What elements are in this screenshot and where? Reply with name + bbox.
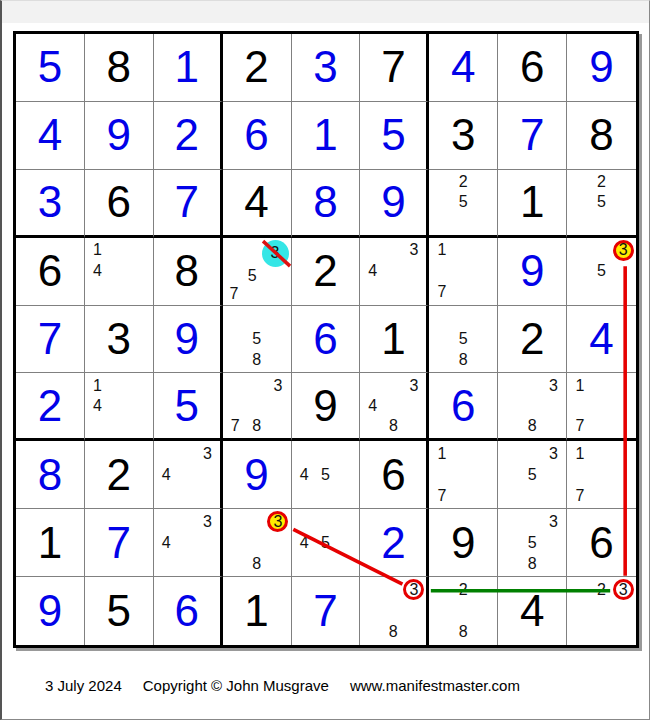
solved-digit: 1 <box>174 45 198 89</box>
candidate-slot: 7 <box>225 285 243 303</box>
candidate-slot: 2 <box>453 172 474 192</box>
candidate-grid: 14 <box>85 373 153 438</box>
candidate-slot: 3 <box>404 240 425 261</box>
cell-r7c1[interactable]: 8 <box>16 441 85 509</box>
footer-copyright: Copyright © John Musgrave <box>143 677 329 694</box>
given-digit: 1 <box>244 589 268 633</box>
candidate-slot: 7 <box>569 416 591 436</box>
cell-r4c2[interactable]: 14 <box>85 238 154 306</box>
candidate-slot: 3 <box>543 511 564 532</box>
candidate-8: 8 <box>528 418 537 434</box>
cell-r3c9[interactable]: 25 <box>567 170 636 238</box>
solved-digit: 9 <box>589 45 613 89</box>
candidate-4: 4 <box>368 263 377 279</box>
cell-r4c8[interactable]: 9 <box>498 238 567 306</box>
cell-r7c8[interactable]: 35 <box>498 441 567 509</box>
page: 5812374694926153783674892512561483572341… <box>0 0 650 720</box>
candidate-grid: 17 <box>567 441 636 508</box>
given-digit: 8 <box>107 45 131 89</box>
solved-digit: 5 <box>38 45 62 89</box>
candidate-8: 8 <box>389 624 398 640</box>
given-digit: 6 <box>38 249 62 293</box>
solved-digit: 4 <box>38 113 62 157</box>
candidate-3-strong-circle: 3 <box>613 240 634 261</box>
candidate-3: 3 <box>549 378 558 394</box>
candidate-1: 1 <box>93 242 102 258</box>
cell-r2c3[interactable]: 2 <box>154 102 223 170</box>
candidate-4: 4 <box>300 467 309 483</box>
cell-r1c3[interactable]: 1 <box>154 34 223 102</box>
footer-date: 3 July 2024 <box>45 677 122 694</box>
candidate-grid: 348 <box>360 373 426 438</box>
given-digit: 2 <box>313 249 337 293</box>
cell-r6c5[interactable]: 9 <box>292 373 361 441</box>
candidate-7: 7 <box>229 286 238 302</box>
cell-r9c3[interactable]: 6 <box>154 577 223 645</box>
solved-digit: 9 <box>381 180 405 224</box>
cell-r8c4[interactable]: 38 <box>223 509 292 577</box>
cell-r3c7[interactable]: 25 <box>429 170 498 238</box>
candidate-1: 1 <box>575 446 584 462</box>
candidate-2: 2 <box>459 582 468 598</box>
cell-r9c7[interactable]: 28 <box>429 577 498 645</box>
candidate-3: 3 <box>410 242 419 258</box>
given-digit: 8 <box>589 113 613 157</box>
cell-r8c3[interactable]: 34 <box>154 509 223 577</box>
solved-digit: 4 <box>589 317 613 361</box>
candidate-slot: 4 <box>87 396 108 416</box>
candidate-grid: 358 <box>498 509 566 576</box>
candidate-grid: 58 <box>429 306 497 373</box>
cell-r5c1[interactable]: 7 <box>16 306 85 374</box>
solved-digit: 4 <box>451 45 475 89</box>
cell-r4c9[interactable]: 35 <box>567 238 636 306</box>
given-digit: 6 <box>381 453 405 497</box>
given-digit: 4 <box>520 589 544 633</box>
candidate-slot: 8 <box>522 553 543 574</box>
solved-digit: 8 <box>38 453 62 497</box>
candidate-4: 4 <box>162 535 171 551</box>
candidate-slot: 5 <box>243 267 261 285</box>
candidate-2: 2 <box>597 582 606 598</box>
candidate-3-strong-circle: 3 <box>267 511 288 532</box>
candidate-grid: 38 <box>498 373 566 438</box>
cell-r8c7[interactable]: 9 <box>429 509 498 577</box>
cell-r8c5[interactable]: 45 <box>292 509 361 577</box>
given-digit: 6 <box>589 521 613 565</box>
solved-digit: 3 <box>38 180 62 224</box>
candidate-slot: 4 <box>362 261 383 282</box>
solved-digit: 2 <box>38 384 62 428</box>
candidate-slot: 8 <box>246 349 267 370</box>
solved-digit: 6 <box>313 317 337 361</box>
candidate-slot: 3 <box>612 240 634 261</box>
solved-digit: 7 <box>313 589 337 633</box>
candidate-8: 8 <box>252 556 261 572</box>
solved-digit: 8 <box>313 180 337 224</box>
candidate-grid: 38 <box>360 577 426 645</box>
candidate-slot: 5 <box>522 464 543 485</box>
candidate-3: 3 <box>203 446 212 462</box>
candidate-3: 3 <box>203 514 212 530</box>
cell-r8c6[interactable]: 2 <box>360 509 429 577</box>
cell-r9c9[interactable]: 23 <box>567 577 636 645</box>
candidate-slot: 8 <box>453 622 474 643</box>
cell-r8c9[interactable]: 6 <box>567 509 636 577</box>
cell-r3c6[interactable]: 9 <box>360 170 429 238</box>
candidate-slot: 3 <box>267 511 288 532</box>
given-digit: 3 <box>107 317 131 361</box>
candidate-slot: 8 <box>383 622 403 643</box>
candidate-grid: 35 <box>567 238 636 305</box>
cell-r3c1[interactable]: 3 <box>16 170 85 238</box>
candidate-grid: 25 <box>567 170 636 235</box>
candidate-8: 8 <box>528 556 537 572</box>
cell-r5c2[interactable]: 3 <box>85 306 154 374</box>
cell-r1c8[interactable]: 6 <box>498 34 567 102</box>
candidate-grid: 34 <box>360 238 426 305</box>
candidate-slot: 5 <box>591 192 613 212</box>
solved-digit: 6 <box>244 113 268 157</box>
candidate-5: 5 <box>252 331 261 347</box>
given-digit: 7 <box>381 45 405 89</box>
cell-r9c2[interactable]: 5 <box>85 577 154 645</box>
candidate-slot: 1 <box>569 443 591 464</box>
candidate-slot: 4 <box>294 532 315 553</box>
candidate-grid: 17 <box>429 441 497 508</box>
cell-r5c8[interactable]: 2 <box>498 306 567 374</box>
given-digit: 9 <box>451 521 475 565</box>
candidate-grid: 58 <box>223 306 291 373</box>
candidate-3-elim-circle: 3 <box>262 240 289 267</box>
solved-digit: 6 <box>451 384 475 428</box>
footer: 3 July 2024 Copyright © John Musgrave ww… <box>45 677 520 694</box>
candidate-8: 8 <box>252 418 261 434</box>
candidate-slot: 1 <box>569 375 591 395</box>
candidate-slot: 8 <box>246 416 267 436</box>
candidate-7: 7 <box>438 284 447 300</box>
cell-r4c1[interactable]: 6 <box>16 238 85 306</box>
candidate-slot: 5 <box>246 329 267 350</box>
cell-r8c1[interactable]: 1 <box>16 509 85 577</box>
cell-r7c7[interactable]: 17 <box>429 441 498 509</box>
cell-r6c3[interactable]: 5 <box>154 373 223 441</box>
given-digit: 1 <box>520 180 544 224</box>
cell-r1c9[interactable]: 9 <box>567 34 636 102</box>
solved-digit: 9 <box>244 453 268 497</box>
given-digit: 8 <box>174 249 198 293</box>
solved-digit: 6 <box>174 589 198 633</box>
candidate-grid: 28 <box>429 577 497 645</box>
cell-r7c5[interactable]: 45 <box>292 441 361 509</box>
given-digit: 3 <box>451 113 475 157</box>
candidate-slot: 1 <box>87 375 108 395</box>
candidate-1: 1 <box>575 378 584 394</box>
given-digit: 1 <box>38 521 62 565</box>
candidate-slot: 7 <box>431 282 452 303</box>
candidate-slot: 4 <box>362 396 383 416</box>
candidate-8: 8 <box>252 352 261 368</box>
cell-r6c9[interactable]: 17 <box>567 373 636 441</box>
window-top-bar <box>2 1 649 23</box>
candidate-4: 4 <box>300 535 309 551</box>
cell-r3c3[interactable]: 7 <box>154 170 223 238</box>
cell-r1c4[interactable]: 2 <box>223 34 292 102</box>
candidate-grid: 38 <box>223 509 291 576</box>
given-digit: 2 <box>107 453 131 497</box>
candidate-8: 8 <box>459 624 468 640</box>
candidate-5: 5 <box>459 331 468 347</box>
cell-r5c3[interactable]: 9 <box>154 306 223 374</box>
candidate-slot: 1 <box>87 240 108 261</box>
cell-r9c8[interactable]: 4 <box>498 577 567 645</box>
cell-r1c7[interactable]: 4 <box>429 34 498 102</box>
cell-r1c6[interactable]: 7 <box>360 34 429 102</box>
solved-digit: 9 <box>174 317 198 361</box>
cell-r4c6[interactable]: 34 <box>360 238 429 306</box>
candidate-slot: 3 <box>197 511 218 532</box>
candidate-grid: 378 <box>223 373 291 438</box>
candidate-5: 5 <box>597 194 606 210</box>
candidate-slot: 5 <box>453 329 474 350</box>
candidate-grid: 35 <box>498 441 566 508</box>
given-digit: 2 <box>520 317 544 361</box>
candidate-8: 8 <box>459 352 468 368</box>
candidate-3: 3 <box>549 514 558 530</box>
candidate-grid: 14 <box>85 238 153 305</box>
candidate-slot: 8 <box>522 416 543 436</box>
cell-r2c2[interactable]: 9 <box>85 102 154 170</box>
cell-r4c7[interactable]: 17 <box>429 238 498 306</box>
cell-r5c5[interactable]: 6 <box>292 306 361 374</box>
candidate-3: 3 <box>410 378 419 394</box>
given-digit: 4 <box>244 180 268 224</box>
candidate-slot: 4 <box>156 532 177 553</box>
solved-digit: 9 <box>520 249 544 293</box>
cell-r9c6[interactable]: 38 <box>360 577 429 645</box>
candidate-5: 5 <box>321 535 330 551</box>
cell-r3c4[interactable]: 4 <box>223 170 292 238</box>
candidate-slot: 3 <box>262 240 289 267</box>
candidate-5: 5 <box>528 535 537 551</box>
solved-digit: 5 <box>174 384 198 428</box>
cell-r2c8[interactable]: 7 <box>498 102 567 170</box>
cell-r7c2[interactable]: 2 <box>85 441 154 509</box>
solved-digit: 7 <box>174 180 198 224</box>
cell-r8c8[interactable]: 358 <box>498 509 567 577</box>
candidate-slot: 3 <box>197 443 218 464</box>
candidate-1: 1 <box>93 378 102 394</box>
cell-r2c7[interactable]: 3 <box>429 102 498 170</box>
candidate-3: 3 <box>549 446 558 462</box>
candidate-slot: 8 <box>453 349 474 370</box>
candidate-slot: 1 <box>431 443 452 464</box>
given-digit: 6 <box>520 45 544 89</box>
candidate-slot: 2 <box>453 579 474 600</box>
cell-r4c5[interactable]: 2 <box>292 238 361 306</box>
cell-r1c1[interactable]: 5 <box>16 34 85 102</box>
cell-r6c7[interactable]: 6 <box>429 373 498 441</box>
solved-digit: 7 <box>520 113 544 157</box>
cell-r6c8[interactable]: 38 <box>498 373 567 441</box>
candidate-slot: 3 <box>404 375 425 395</box>
cell-r1c5[interactable]: 3 <box>292 34 361 102</box>
candidate-slot: 2 <box>591 172 613 192</box>
candidate-slot: 4 <box>87 261 108 282</box>
candidate-slot: 2 <box>591 579 613 600</box>
cell-r3c5[interactable]: 8 <box>292 170 361 238</box>
cell-r6c1[interactable]: 2 <box>16 373 85 441</box>
cell-r4c4[interactable]: 357 <box>223 238 292 306</box>
candidate-grid: 45 <box>292 441 360 508</box>
cell-r2c4[interactable]: 6 <box>223 102 292 170</box>
candidate-slot: 4 <box>294 464 315 485</box>
cell-r2c1[interactable]: 4 <box>16 102 85 170</box>
candidate-7: 7 <box>231 418 240 434</box>
candidate-grid: 17 <box>567 373 636 438</box>
cell-r5c9[interactable]: 4 <box>567 306 636 374</box>
candidate-slot: 5 <box>315 532 336 553</box>
candidate-grid: 25 <box>429 170 497 235</box>
candidate-grid: 17 <box>429 238 497 305</box>
candidate-7: 7 <box>438 488 447 504</box>
candidate-slot: 5 <box>522 532 543 553</box>
cell-r7c9[interactable]: 17 <box>567 441 636 509</box>
cell-r9c4[interactable]: 1 <box>223 577 292 645</box>
candidate-grid: 34 <box>154 509 220 576</box>
candidate-grid: 23 <box>567 577 636 645</box>
candidate-grid: 34 <box>154 441 220 508</box>
cell-r2c5[interactable]: 1 <box>292 102 361 170</box>
given-digit: 2 <box>244 45 268 89</box>
cell-r6c2[interactable]: 14 <box>85 373 154 441</box>
candidate-slot: 5 <box>591 261 613 282</box>
solved-digit: 9 <box>38 589 62 633</box>
footer-website: www.manifestmaster.com <box>350 677 520 694</box>
candidate-5: 5 <box>321 467 330 483</box>
cell-r7c4[interactable]: 9 <box>223 441 292 509</box>
candidate-slot: 7 <box>431 485 452 506</box>
candidate-2: 2 <box>459 174 468 190</box>
candidate-8: 8 <box>389 418 398 434</box>
candidate-slot: 3 <box>267 375 288 395</box>
cell-r6c6[interactable]: 348 <box>360 373 429 441</box>
cell-r2c6[interactable]: 5 <box>360 102 429 170</box>
cell-r6c4[interactable]: 378 <box>223 373 292 441</box>
cell-r7c3[interactable]: 34 <box>154 441 223 509</box>
solved-digit: 3 <box>313 45 337 89</box>
solved-digit: 1 <box>313 113 337 157</box>
candidate-4: 4 <box>93 263 102 279</box>
cell-r3c8[interactable]: 1 <box>498 170 567 238</box>
candidate-slot: 3 <box>612 579 634 600</box>
cell-r1c2[interactable]: 8 <box>85 34 154 102</box>
cell-r5c6[interactable]: 1 <box>360 306 429 374</box>
candidate-slot: 3 <box>543 375 564 395</box>
candidate-slot: 7 <box>225 416 246 436</box>
solved-digit: 2 <box>381 521 405 565</box>
candidate-2: 2 <box>597 174 606 190</box>
candidate-grid: 45 <box>292 509 360 576</box>
cell-r8c2[interactable]: 7 <box>85 509 154 577</box>
cell-r4c3[interactable]: 8 <box>154 238 223 306</box>
given-digit: 9 <box>313 384 337 428</box>
candidate-slot: 3 <box>543 443 564 464</box>
candidate-slot: 5 <box>453 192 474 212</box>
cell-r5c7[interactable]: 58 <box>429 306 498 374</box>
candidate-4: 4 <box>93 398 102 414</box>
given-digit: 1 <box>381 317 405 361</box>
candidate-3: 3 <box>273 378 282 394</box>
candidate-slot: 7 <box>569 485 591 506</box>
candidate-slot: 5 <box>315 464 336 485</box>
candidate-slot: 8 <box>383 416 404 436</box>
candidate-slot: 3 <box>403 579 424 600</box>
candidate-slot: 1 <box>431 240 452 261</box>
candidate-5: 5 <box>528 467 537 483</box>
cell-r3c2[interactable]: 6 <box>85 170 154 238</box>
cell-r9c1[interactable]: 9 <box>16 577 85 645</box>
solved-digit: 5 <box>381 113 405 157</box>
solved-digit: 7 <box>38 317 62 361</box>
cell-r7c6[interactable]: 6 <box>360 441 429 509</box>
candidate-1: 1 <box>438 446 447 462</box>
candidate-3-weak-circle: 3 <box>613 579 634 600</box>
candidate-5: 5 <box>248 268 257 284</box>
candidate-slot: 4 <box>156 464 177 485</box>
candidate-4: 4 <box>162 467 171 483</box>
candidate-1: 1 <box>438 242 447 258</box>
given-digit: 5 <box>107 589 131 633</box>
solved-digit: 2 <box>174 113 198 157</box>
cell-r5c4[interactable]: 58 <box>223 306 292 374</box>
candidate-5: 5 <box>597 263 606 279</box>
candidate-7: 7 <box>575 488 584 504</box>
candidate-3-weak-circle: 3 <box>403 579 424 600</box>
candidate-slot: 8 <box>246 553 267 574</box>
candidate-4: 4 <box>368 398 377 414</box>
candidate-5: 5 <box>459 194 468 210</box>
cell-r9c5[interactable]: 7 <box>292 577 361 645</box>
solved-digit: 7 <box>107 521 131 565</box>
candidate-7: 7 <box>575 418 584 434</box>
cell-r2c9[interactable]: 8 <box>567 102 636 170</box>
given-digit: 6 <box>107 180 131 224</box>
candidate-grid: 357 <box>223 238 291 305</box>
solved-digit: 9 <box>107 113 131 157</box>
sudoku-board: 5812374694926153783674892512561483572341… <box>13 31 639 648</box>
